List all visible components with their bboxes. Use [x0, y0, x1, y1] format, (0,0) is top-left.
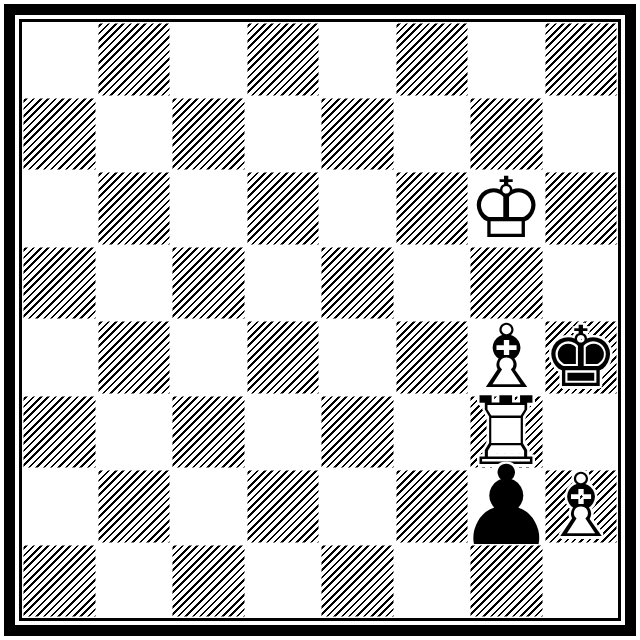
- square-a3[interactable]: [22, 395, 97, 470]
- square-g8[interactable]: [469, 22, 544, 97]
- square-e3[interactable]: [320, 395, 395, 470]
- square-d8[interactable]: [246, 22, 321, 97]
- square-c4[interactable]: [171, 320, 246, 395]
- square-b4[interactable]: [97, 320, 172, 395]
- square-e4[interactable]: [320, 320, 395, 395]
- square-b7[interactable]: [97, 97, 172, 172]
- board-outer-border: ♚♔♝♗♚♚♜♖♟♟♝♗: [4, 4, 636, 636]
- square-c2[interactable]: [171, 469, 246, 544]
- square-d7[interactable]: [246, 97, 321, 172]
- square-a2[interactable]: [22, 469, 97, 544]
- square-b3[interactable]: [97, 395, 172, 470]
- square-e7[interactable]: [320, 97, 395, 172]
- square-g1[interactable]: [469, 544, 544, 619]
- square-e1[interactable]: [320, 544, 395, 619]
- square-a7[interactable]: [22, 97, 97, 172]
- square-h4[interactable]: ♚♚: [544, 320, 619, 395]
- square-b1[interactable]: [97, 544, 172, 619]
- piece-glyph: ♗: [541, 462, 620, 550]
- board-inner-border: ♚♔♝♗♚♚♜♖♟♟♝♗: [19, 19, 621, 621]
- square-a4[interactable]: [22, 320, 97, 395]
- square-e8[interactable]: [320, 22, 395, 97]
- square-g2[interactable]: ♟♟: [469, 469, 544, 544]
- square-f6[interactable]: [395, 171, 470, 246]
- square-c1[interactable]: [171, 544, 246, 619]
- square-e2[interactable]: [320, 469, 395, 544]
- piece-white-bishop: ♝♗: [544, 469, 619, 544]
- diagram-page: ♚♔♝♗♚♚♜♖♟♟♝♗: [0, 0, 640, 640]
- piece-white-king: ♚♔: [469, 171, 544, 246]
- square-h1[interactable]: [544, 544, 619, 619]
- square-c3[interactable]: [171, 395, 246, 470]
- piece-black-pawn: ♟♟: [469, 469, 544, 544]
- piece-black-king: ♚♚: [544, 320, 619, 395]
- square-h8[interactable]: [544, 22, 619, 97]
- square-b8[interactable]: [97, 22, 172, 97]
- square-a1[interactable]: [22, 544, 97, 619]
- square-a5[interactable]: [22, 246, 97, 321]
- square-b2[interactable]: [97, 469, 172, 544]
- square-h2[interactable]: ♝♗: [544, 469, 619, 544]
- square-h7[interactable]: [544, 97, 619, 172]
- square-e6[interactable]: [320, 171, 395, 246]
- square-d5[interactable]: [246, 246, 321, 321]
- square-f4[interactable]: [395, 320, 470, 395]
- square-c5[interactable]: [171, 246, 246, 321]
- square-f1[interactable]: [395, 544, 470, 619]
- square-d4[interactable]: [246, 320, 321, 395]
- square-b6[interactable]: [97, 171, 172, 246]
- square-f5[interactable]: [395, 246, 470, 321]
- square-f8[interactable]: [395, 22, 470, 97]
- square-d3[interactable]: [246, 395, 321, 470]
- chess-board: ♚♔♝♗♚♚♜♖♟♟♝♗: [22, 22, 618, 618]
- square-d1[interactable]: [246, 544, 321, 619]
- square-a8[interactable]: [22, 22, 97, 97]
- square-c7[interactable]: [171, 97, 246, 172]
- square-f7[interactable]: [395, 97, 470, 172]
- square-b5[interactable]: [97, 246, 172, 321]
- square-c8[interactable]: [171, 22, 246, 97]
- piece-glyph: ♚: [543, 315, 618, 399]
- square-g6[interactable]: ♚♔: [469, 171, 544, 246]
- square-c6[interactable]: [171, 171, 246, 246]
- piece-glyph: ♔: [469, 166, 544, 250]
- square-a6[interactable]: [22, 171, 97, 246]
- square-d6[interactable]: [246, 171, 321, 246]
- square-d2[interactable]: [246, 469, 321, 544]
- square-e5[interactable]: [320, 246, 395, 321]
- square-h6[interactable]: [544, 171, 619, 246]
